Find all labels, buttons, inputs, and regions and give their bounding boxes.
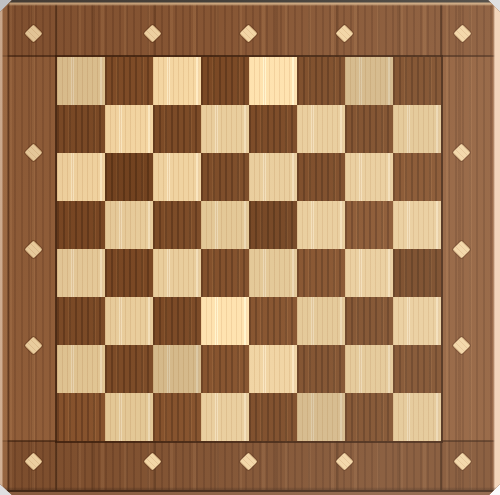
square-b5[interactable] (105, 201, 153, 249)
square-g8[interactable] (345, 57, 393, 105)
square-f2[interactable] (297, 345, 345, 393)
board-bevel-bottom (0, 487, 500, 495)
diamond-inlay-icon (453, 452, 471, 470)
square-c2[interactable] (153, 345, 201, 393)
diamond-inlay-icon (239, 452, 257, 470)
diamond-inlay-icon (452, 240, 470, 258)
square-g4[interactable] (345, 249, 393, 297)
square-b3[interactable] (105, 297, 153, 345)
square-g6[interactable] (345, 153, 393, 201)
square-c8[interactable] (153, 57, 201, 105)
square-h1[interactable] (393, 393, 441, 441)
square-b2[interactable] (105, 345, 153, 393)
frame-seam (0, 55, 57, 57)
square-g5[interactable] (345, 201, 393, 249)
square-h7[interactable] (393, 105, 441, 153)
square-a5[interactable] (57, 201, 105, 249)
square-h8[interactable] (393, 57, 441, 105)
square-a3[interactable] (57, 297, 105, 345)
square-e7[interactable] (249, 105, 297, 153)
square-c1[interactable] (153, 393, 201, 441)
diamond-inlay-icon (24, 452, 42, 470)
chessboard (0, 0, 500, 495)
diamond-inlay-icon (24, 143, 42, 161)
diamond-inlay-icon (335, 452, 353, 470)
square-d1[interactable] (201, 393, 249, 441)
playing-area-border (55, 55, 443, 443)
square-f5[interactable] (297, 201, 345, 249)
square-c6[interactable] (153, 153, 201, 201)
square-d7[interactable] (201, 105, 249, 153)
square-g3[interactable] (345, 297, 393, 345)
square-e8[interactable] (249, 57, 297, 105)
square-c5[interactable] (153, 201, 201, 249)
square-a1[interactable] (57, 393, 105, 441)
square-e3[interactable] (249, 297, 297, 345)
square-e2[interactable] (249, 345, 297, 393)
square-h4[interactable] (393, 249, 441, 297)
square-f6[interactable] (297, 153, 345, 201)
square-f4[interactable] (297, 249, 345, 297)
square-f7[interactable] (297, 105, 345, 153)
square-c3[interactable] (153, 297, 201, 345)
diamond-inlay-icon (24, 240, 42, 258)
frame-seam (441, 440, 500, 442)
square-d3[interactable] (201, 297, 249, 345)
square-f3[interactable] (297, 297, 345, 345)
square-f1[interactable] (297, 393, 345, 441)
square-d8[interactable] (201, 57, 249, 105)
square-b4[interactable] (105, 249, 153, 297)
playing-area (57, 57, 441, 441)
photo-background (0, 0, 500, 495)
frame-seam (441, 55, 500, 57)
square-b8[interactable] (105, 57, 153, 105)
square-h3[interactable] (393, 297, 441, 345)
square-d4[interactable] (201, 249, 249, 297)
square-e4[interactable] (249, 249, 297, 297)
square-g2[interactable] (345, 345, 393, 393)
square-f8[interactable] (297, 57, 345, 105)
square-a6[interactable] (57, 153, 105, 201)
square-a2[interactable] (57, 345, 105, 393)
frame-seam (440, 0, 442, 57)
square-a7[interactable] (57, 105, 105, 153)
square-d6[interactable] (201, 153, 249, 201)
board-bevel-right (490, 0, 500, 495)
diamond-inlay-icon (143, 24, 161, 42)
square-g7[interactable] (345, 105, 393, 153)
square-e6[interactable] (249, 153, 297, 201)
square-a4[interactable] (57, 249, 105, 297)
square-h6[interactable] (393, 153, 441, 201)
frame-seam (55, 0, 57, 57)
square-e5[interactable] (249, 201, 297, 249)
square-b1[interactable] (105, 393, 153, 441)
square-h2[interactable] (393, 345, 441, 393)
square-g1[interactable] (345, 393, 393, 441)
square-c4[interactable] (153, 249, 201, 297)
square-c7[interactable] (153, 105, 201, 153)
diamond-inlay-icon (239, 24, 257, 42)
board-bevel-left (0, 0, 10, 495)
square-h5[interactable] (393, 201, 441, 249)
diamond-inlay-icon (143, 452, 161, 470)
square-b7[interactable] (105, 105, 153, 153)
diamond-inlay-icon (453, 24, 471, 42)
frame-seam (440, 441, 442, 495)
square-b6[interactable] (105, 153, 153, 201)
square-e1[interactable] (249, 393, 297, 441)
frame-seam (55, 441, 57, 495)
square-d2[interactable] (201, 345, 249, 393)
square-d5[interactable] (201, 201, 249, 249)
frame-seam (0, 440, 57, 442)
diamond-inlay-icon (24, 24, 42, 42)
diamond-inlay-icon (24, 336, 42, 354)
square-a8[interactable] (57, 57, 105, 105)
diamond-inlay-icon (452, 143, 470, 161)
diamond-inlay-icon (452, 336, 470, 354)
diamond-inlay-icon (335, 24, 353, 42)
board-bevel-top (0, 0, 500, 6)
